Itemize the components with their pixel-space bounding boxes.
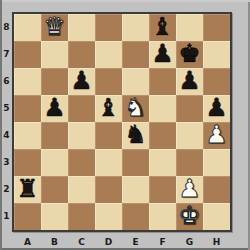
square-e3[interactable] bbox=[122, 149, 149, 176]
square-g8[interactable] bbox=[176, 14, 203, 41]
rank-label-1: 1 bbox=[1, 203, 12, 230]
square-b8[interactable]: ♛ bbox=[41, 14, 68, 41]
white-queen[interactable]: ♛ bbox=[41, 14, 68, 41]
file-label-a: A bbox=[14, 236, 41, 248]
black-king[interactable]: ♚ bbox=[176, 41, 203, 68]
square-g2[interactable]: ♟ bbox=[176, 176, 203, 203]
black-pawn[interactable]: ♟ bbox=[176, 68, 203, 95]
square-g5[interactable] bbox=[176, 95, 203, 122]
square-h8[interactable] bbox=[203, 14, 230, 41]
black-knight[interactable]: ♞ bbox=[122, 122, 149, 149]
square-h4[interactable]: ♟ bbox=[203, 122, 230, 149]
square-a2[interactable]: ♜ bbox=[14, 176, 41, 203]
square-b2[interactable] bbox=[41, 176, 68, 203]
square-a4[interactable] bbox=[14, 122, 41, 149]
square-d8[interactable] bbox=[95, 14, 122, 41]
board-frame: 87654321 ♛♝♟♚♟♟♟♝♞♟♞♟♜♟♚ ABCDEFGH bbox=[0, 0, 250, 250]
square-e5[interactable]: ♞ bbox=[122, 95, 149, 122]
square-b6[interactable] bbox=[41, 68, 68, 95]
square-g3[interactable] bbox=[176, 149, 203, 176]
chess-board[interactable]: ♛♝♟♚♟♟♟♝♞♟♞♟♜♟♚ bbox=[12, 12, 232, 232]
file-label-e: E bbox=[122, 236, 149, 248]
square-h7[interactable] bbox=[203, 41, 230, 68]
file-label-c: C bbox=[68, 236, 95, 248]
square-e4[interactable]: ♞ bbox=[122, 122, 149, 149]
file-labels: ABCDEFGH bbox=[14, 236, 230, 248]
white-pawn[interactable]: ♟ bbox=[203, 122, 230, 149]
square-b4[interactable] bbox=[41, 122, 68, 149]
square-c1[interactable] bbox=[68, 203, 95, 230]
square-c5[interactable] bbox=[68, 95, 95, 122]
square-d3[interactable] bbox=[95, 149, 122, 176]
square-f1[interactable] bbox=[149, 203, 176, 230]
square-b1[interactable] bbox=[41, 203, 68, 230]
rank-label-2: 2 bbox=[1, 176, 12, 203]
square-e7[interactable] bbox=[122, 41, 149, 68]
square-f6[interactable] bbox=[149, 68, 176, 95]
black-pawn[interactable]: ♟ bbox=[149, 41, 176, 68]
square-e6[interactable] bbox=[122, 68, 149, 95]
square-f8[interactable]: ♝ bbox=[149, 14, 176, 41]
square-g4[interactable] bbox=[176, 122, 203, 149]
square-f2[interactable] bbox=[149, 176, 176, 203]
file-label-h: H bbox=[203, 236, 230, 248]
square-b5[interactable]: ♟ bbox=[41, 95, 68, 122]
square-a8[interactable] bbox=[14, 14, 41, 41]
square-a7[interactable] bbox=[14, 41, 41, 68]
rank-label-7: 7 bbox=[1, 41, 12, 68]
square-c8[interactable] bbox=[68, 14, 95, 41]
square-h6[interactable] bbox=[203, 68, 230, 95]
square-d2[interactable] bbox=[95, 176, 122, 203]
rank-labels: 87654321 bbox=[1, 14, 12, 230]
square-c4[interactable] bbox=[68, 122, 95, 149]
white-king[interactable]: ♚ bbox=[176, 203, 203, 230]
square-h1[interactable] bbox=[203, 203, 230, 230]
square-d6[interactable] bbox=[95, 68, 122, 95]
square-d1[interactable] bbox=[95, 203, 122, 230]
white-knight[interactable]: ♞ bbox=[122, 95, 149, 122]
square-g7[interactable]: ♚ bbox=[176, 41, 203, 68]
square-e2[interactable] bbox=[122, 176, 149, 203]
square-e8[interactable] bbox=[122, 14, 149, 41]
square-b7[interactable] bbox=[41, 41, 68, 68]
square-e1[interactable] bbox=[122, 203, 149, 230]
square-b3[interactable] bbox=[41, 149, 68, 176]
square-g1[interactable]: ♚ bbox=[176, 203, 203, 230]
black-bishop[interactable]: ♝ bbox=[95, 95, 122, 122]
file-label-d: D bbox=[95, 236, 122, 248]
square-a6[interactable] bbox=[14, 68, 41, 95]
square-f5[interactable] bbox=[149, 95, 176, 122]
square-c7[interactable] bbox=[68, 41, 95, 68]
square-d7[interactable] bbox=[95, 41, 122, 68]
rank-label-3: 3 bbox=[1, 149, 12, 176]
square-f4[interactable] bbox=[149, 122, 176, 149]
file-label-f: F bbox=[149, 236, 176, 248]
white-pawn[interactable]: ♟ bbox=[176, 176, 203, 203]
file-label-b: B bbox=[41, 236, 68, 248]
square-d5[interactable]: ♝ bbox=[95, 95, 122, 122]
rank-label-6: 6 bbox=[1, 68, 12, 95]
square-g6[interactable]: ♟ bbox=[176, 68, 203, 95]
square-h3[interactable] bbox=[203, 149, 230, 176]
rank-label-5: 5 bbox=[1, 95, 12, 122]
file-label-g: G bbox=[176, 236, 203, 248]
black-bishop[interactable]: ♝ bbox=[149, 14, 176, 41]
square-d4[interactable] bbox=[95, 122, 122, 149]
rank-label-8: 8 bbox=[1, 14, 12, 41]
square-a5[interactable] bbox=[14, 95, 41, 122]
square-f7[interactable]: ♟ bbox=[149, 41, 176, 68]
black-pawn[interactable]: ♟ bbox=[203, 95, 230, 122]
square-a1[interactable] bbox=[14, 203, 41, 230]
square-c3[interactable] bbox=[68, 149, 95, 176]
square-h2[interactable] bbox=[203, 176, 230, 203]
black-pawn[interactable]: ♟ bbox=[41, 95, 68, 122]
square-a3[interactable] bbox=[14, 149, 41, 176]
square-h5[interactable]: ♟ bbox=[203, 95, 230, 122]
square-c6[interactable]: ♟ bbox=[68, 68, 95, 95]
black-pawn[interactable]: ♟ bbox=[68, 68, 95, 95]
rank-label-4: 4 bbox=[1, 122, 12, 149]
square-f3[interactable] bbox=[149, 149, 176, 176]
black-rook[interactable]: ♜ bbox=[14, 176, 41, 203]
square-c2[interactable] bbox=[68, 176, 95, 203]
